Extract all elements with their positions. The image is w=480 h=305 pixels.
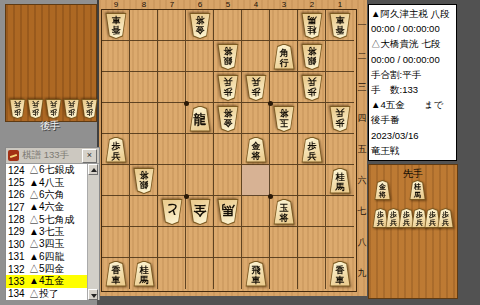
info-line-1: 00:00 / 00:00:00: [371, 21, 454, 36]
square-7二: [158, 41, 186, 72]
square-4三: [242, 72, 270, 103]
move-number: 131: [8, 251, 29, 262]
square-1七: [326, 196, 354, 227]
hoshi-dot: [184, 101, 189, 106]
move-row-127[interactable]: 127▲4六金: [6, 201, 90, 213]
move-row-126[interactable]: 126△6六角: [6, 189, 90, 201]
square-9一: [102, 10, 130, 41]
kifu-window-titlebar[interactable]: 棋譜 133手 ×: [6, 148, 99, 163]
square-3二: [270, 41, 298, 72]
square-7六: [158, 165, 186, 196]
square-4四: [242, 103, 270, 134]
square-8四: [130, 103, 158, 134]
square-8二: [130, 41, 158, 72]
square-6一: [186, 10, 214, 41]
rank-label: 六: [357, 165, 367, 196]
square-3三: [270, 72, 298, 103]
square-6五: [186, 134, 214, 165]
square-8一: [130, 10, 158, 41]
move-number: 124: [8, 165, 29, 176]
file-labels: 987654321: [102, 0, 354, 9]
square-9七: [102, 196, 130, 227]
move-row-130[interactable]: 130△3四玉: [6, 238, 90, 250]
move-text: △投了: [29, 287, 59, 300]
square-8三: [130, 72, 158, 103]
square-5三: [214, 72, 242, 103]
square-6四: [186, 103, 214, 134]
square-3八: [270, 227, 298, 258]
move-rows: 124△6七銀成125▲4八玉126△6六角127▲4六金128△5七角成129…: [6, 164, 99, 300]
square-9三: [102, 72, 130, 103]
square-2四: [298, 103, 326, 134]
square-5六: [214, 165, 242, 196]
square-8六: [130, 165, 158, 196]
game-info-panel: ▲阿久津主税 八段00:00 / 00:00:00△大橋貴洸 七段00:00 /…: [368, 4, 457, 161]
square-3六: [270, 165, 298, 196]
rank-label: 四: [357, 103, 367, 134]
move-list-scrollbar[interactable]: [87, 164, 99, 300]
square-4一: [242, 10, 270, 41]
scroll-up-icon[interactable]: [88, 164, 98, 175]
rank-label: 二: [357, 41, 367, 72]
board-panel: 987654321 一二三四五六七八九 香車金将桂馬香車銀将角行銀将歩兵歩兵歩兵…: [97, 0, 367, 296]
file-label-8: 8: [130, 0, 158, 9]
square-7八: [158, 227, 186, 258]
square-2八: [298, 227, 326, 258]
koma-歩兵-gote: 歩兵: [81, 99, 98, 119]
hoshi-dot: [268, 101, 273, 106]
square-6八: [186, 227, 214, 258]
sente-captured-tray: 先手 金将桂馬 歩兵歩兵歩兵歩兵歩兵歩兵: [368, 164, 458, 299]
square-6九: [186, 258, 214, 289]
move-number: 125: [8, 177, 29, 188]
file-label-3: 3: [270, 0, 298, 9]
koma-歩兵-gote: 歩兵: [27, 99, 44, 119]
square-8九: [130, 258, 158, 289]
square-1三: [326, 72, 354, 103]
square-2二: [298, 41, 326, 72]
square-5八: [214, 227, 242, 258]
square-5七: [214, 196, 242, 227]
shogi-board: [101, 9, 357, 292]
rank-label: 九: [357, 258, 367, 289]
koma-金将-sente: 金将: [374, 180, 391, 200]
square-4六: [242, 165, 270, 196]
move-row-134[interactable]: 134△投了: [6, 288, 90, 300]
gote-tray-label: 後手: [5, 119, 95, 133]
square-1六: [326, 165, 354, 196]
move-row-128[interactable]: 128△5七角成: [6, 213, 90, 225]
move-row-129[interactable]: 129▲3七玉: [6, 226, 90, 238]
square-4五: [242, 134, 270, 165]
hoshi-dot: [268, 194, 273, 199]
square-7七: [158, 196, 186, 227]
square-3一: [270, 10, 298, 41]
close-icon[interactable]: ×: [82, 149, 97, 163]
move-row-124[interactable]: 124△6七銀成: [6, 164, 90, 176]
move-number: 129: [8, 226, 29, 237]
file-label-4: 4: [242, 0, 270, 9]
koma-桂馬-sente: 桂馬: [409, 180, 426, 200]
info-line-3: 00:00 / 00:00:00: [371, 52, 454, 67]
square-9八: [102, 227, 130, 258]
square-9四: [102, 103, 130, 134]
square-8七: [130, 196, 158, 227]
info-line-4: 手合割:平手: [371, 67, 454, 82]
square-4二: [242, 41, 270, 72]
move-number: 128: [8, 214, 29, 225]
info-line-9: 竜王戦: [371, 143, 454, 158]
rank-label: 五: [357, 134, 367, 165]
square-5九: [214, 258, 242, 289]
square-9二: [102, 41, 130, 72]
info-line-8: 2023/03/16: [371, 128, 454, 143]
move-number: 130: [8, 239, 29, 250]
info-line-6: ▲4五金 まで: [371, 97, 454, 112]
square-1一: [326, 10, 354, 41]
move-row-133[interactable]: 133▲4五金: [6, 275, 90, 287]
bottom-background: [97, 296, 367, 305]
move-row-125[interactable]: 125▲4八玉: [6, 176, 90, 188]
rank-label: 三: [357, 72, 367, 103]
file-label-2: 2: [298, 0, 326, 9]
sente-hand-pieces-row2: 歩兵歩兵歩兵歩兵歩兵歩兵: [372, 208, 454, 228]
move-list: 124△6七銀成125▲4八玉126△6六角127▲4六金128△5七角成129…: [6, 163, 99, 300]
sente-hand-pieces-row1: 金将桂馬: [374, 180, 426, 200]
square-2六: [298, 165, 326, 196]
kifu-window-title: 棋譜 133手: [22, 149, 69, 162]
info-line-5: 手 数:133: [371, 82, 454, 97]
square-9五: [102, 134, 130, 165]
rank-label: 一: [357, 10, 367, 41]
square-7九: [158, 258, 186, 289]
scroll-down-icon[interactable]: [88, 289, 98, 300]
rank-labels: 一二三四五六七八九: [357, 10, 367, 289]
square-9六: [102, 165, 130, 196]
square-3五: [270, 134, 298, 165]
koma-歩兵-gote: 歩兵: [63, 99, 80, 119]
kifu-window: 棋譜 133手 × 124△6七銀成125▲4八玉126△6六角127▲4六金1…: [5, 147, 100, 300]
kifu-window-icon: [8, 150, 19, 161]
square-2五: [298, 134, 326, 165]
square-4七: [242, 196, 270, 227]
file-label-9: 9: [102, 0, 130, 9]
koma-歩兵-sente: 歩兵: [437, 208, 454, 228]
square-3七: [270, 196, 298, 227]
rank-label: 七: [357, 196, 367, 227]
square-6二: [186, 41, 214, 72]
move-number: 126: [8, 189, 29, 200]
square-3九: [270, 258, 298, 289]
square-5一: [214, 10, 242, 41]
info-line-7: 後手番: [371, 112, 454, 127]
square-4八: [242, 227, 270, 258]
move-number: 127: [8, 202, 29, 213]
square-1五: [326, 134, 354, 165]
square-6七: [186, 196, 214, 227]
koma-歩兵-gote: 歩兵: [45, 99, 62, 119]
gote-hand-pieces: 歩兵歩兵歩兵歩兵歩兵: [9, 99, 98, 119]
move-number: 132: [8, 264, 29, 275]
square-6三: [186, 72, 214, 103]
file-label-7: 7: [158, 0, 186, 9]
square-7四: [158, 103, 186, 134]
sente-tray-label: 先手: [369, 167, 457, 181]
rank-label: 八: [357, 227, 367, 258]
move-number: 133: [8, 276, 29, 287]
koma-歩兵-gote: 歩兵: [9, 99, 26, 119]
file-label-5: 5: [214, 0, 242, 9]
square-2七: [298, 196, 326, 227]
square-8五: [130, 134, 158, 165]
move-row-131[interactable]: 131▲6四龍: [6, 251, 90, 263]
gote-captured-tray: 歩兵歩兵歩兵歩兵歩兵: [5, 4, 97, 122]
square-1二: [326, 41, 354, 72]
square-7一: [158, 10, 186, 41]
square-2一: [298, 10, 326, 41]
square-3四: [270, 103, 298, 134]
square-4九: [242, 258, 270, 289]
square-7三: [158, 72, 186, 103]
square-6六: [186, 165, 214, 196]
square-8八: [130, 227, 158, 258]
square-5四: [214, 103, 242, 134]
shogi-kifu-app: 987654321 一二三四五六七八九 香車金将桂馬香車銀将角行銀将歩兵歩兵歩兵…: [0, 0, 480, 305]
info-line-2: △大橋貴洸 七段: [371, 36, 454, 51]
square-9九: [102, 258, 130, 289]
square-2九: [298, 258, 326, 289]
square-7五: [158, 134, 186, 165]
square-1九: [326, 258, 354, 289]
square-1八: [326, 227, 354, 258]
move-row-132[interactable]: 132△5四金: [6, 263, 90, 275]
file-label-6: 6: [186, 0, 214, 9]
info-line-0: ▲阿久津主税 八段: [371, 6, 454, 21]
square-1四: [326, 103, 354, 134]
file-label-1: 1: [326, 0, 354, 9]
square-5二: [214, 41, 242, 72]
square-5五: [214, 134, 242, 165]
square-2三: [298, 72, 326, 103]
hoshi-dot: [184, 194, 189, 199]
move-number: 134: [8, 288, 29, 299]
